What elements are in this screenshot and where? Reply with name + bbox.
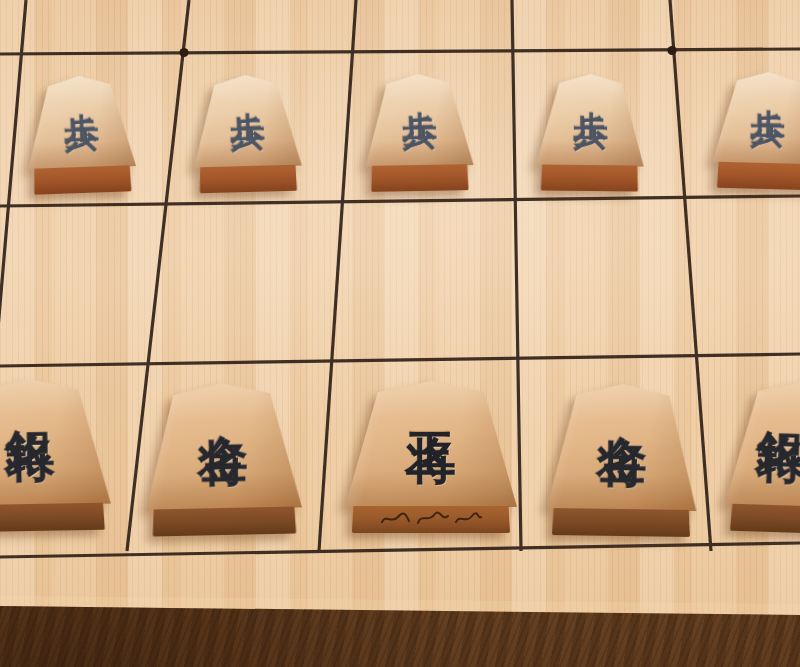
- piece-kanji: 歩兵: [61, 84, 100, 168]
- piece-kanji: 銀将: [754, 390, 800, 507]
- piece-face: 銀将: [0, 378, 111, 507]
- star-point-left: [179, 48, 188, 57]
- piece-gold-general-left[interactable]: 金将: [143, 381, 302, 540]
- piece-kanji: 歩兵: [228, 84, 266, 168]
- piece-face: 歩兵: [25, 74, 136, 170]
- star-point-right: [667, 46, 676, 55]
- piece-kanji: 金将: [596, 395, 649, 511]
- piece-base: [0, 503, 105, 533]
- piece-face: 金将: [143, 381, 302, 510]
- piece-kanji: 銀将: [3, 390, 56, 506]
- piece-kanji: 歩兵: [400, 83, 437, 167]
- piece-base: [33, 165, 131, 194]
- piece-kanji: 金将: [196, 393, 249, 509]
- maker-signature: [376, 510, 486, 528]
- piece-face: 玉将: [345, 381, 517, 507]
- piece-face: 歩兵: [364, 73, 474, 167]
- piece-base: [352, 506, 510, 533]
- piece-base: [552, 508, 690, 537]
- piece-base: [730, 504, 800, 536]
- piece-face: 歩兵: [712, 71, 800, 166]
- signature-stroke: [456, 513, 481, 522]
- piece-pawn-2[interactable]: 歩兵: [191, 74, 302, 199]
- piece-face: 歩兵: [536, 73, 645, 166]
- grid-line-h3: [0, 354, 800, 366]
- piece-base: [371, 164, 469, 192]
- piece-kanji: 歩兵: [572, 83, 609, 166]
- piece-silver-general-right[interactable]: 銀将: [724, 379, 800, 540]
- signature-stroke: [382, 514, 409, 522]
- signature-stroke: [418, 513, 448, 523]
- piece-pawn-5[interactable]: 歩兵: [711, 71, 800, 196]
- piece-face: 銀将: [725, 379, 800, 510]
- piece-pawn-1[interactable]: 歩兵: [25, 74, 137, 200]
- grid-line-h1: [0, 49, 800, 54]
- piece-face: 金将: [546, 383, 698, 511]
- piece-kanji: 歩兵: [748, 81, 786, 165]
- piece-base: [152, 506, 296, 536]
- piece-face: 歩兵: [191, 74, 301, 169]
- shogi-photo-scene: 歩兵 歩兵 歩兵 歩兵 歩兵 銀将 金将: [0, 0, 800, 667]
- piece-pawn-3[interactable]: 歩兵: [364, 73, 474, 197]
- grid-line-h2: [0, 196, 800, 206]
- piece-pawn-4[interactable]: 歩兵: [535, 73, 644, 196]
- piece-gold-general-right[interactable]: 金将: [546, 383, 698, 541]
- grid-line-h4: [0, 543, 800, 557]
- piece-kanji: 玉将: [406, 392, 457, 507]
- piece-silver-general-left[interactable]: 銀将: [0, 378, 111, 537]
- piece-base: [199, 165, 297, 194]
- piece-base: [541, 164, 638, 191]
- piece-base: [717, 162, 800, 191]
- piece-king[interactable]: 玉将: [345, 381, 517, 537]
